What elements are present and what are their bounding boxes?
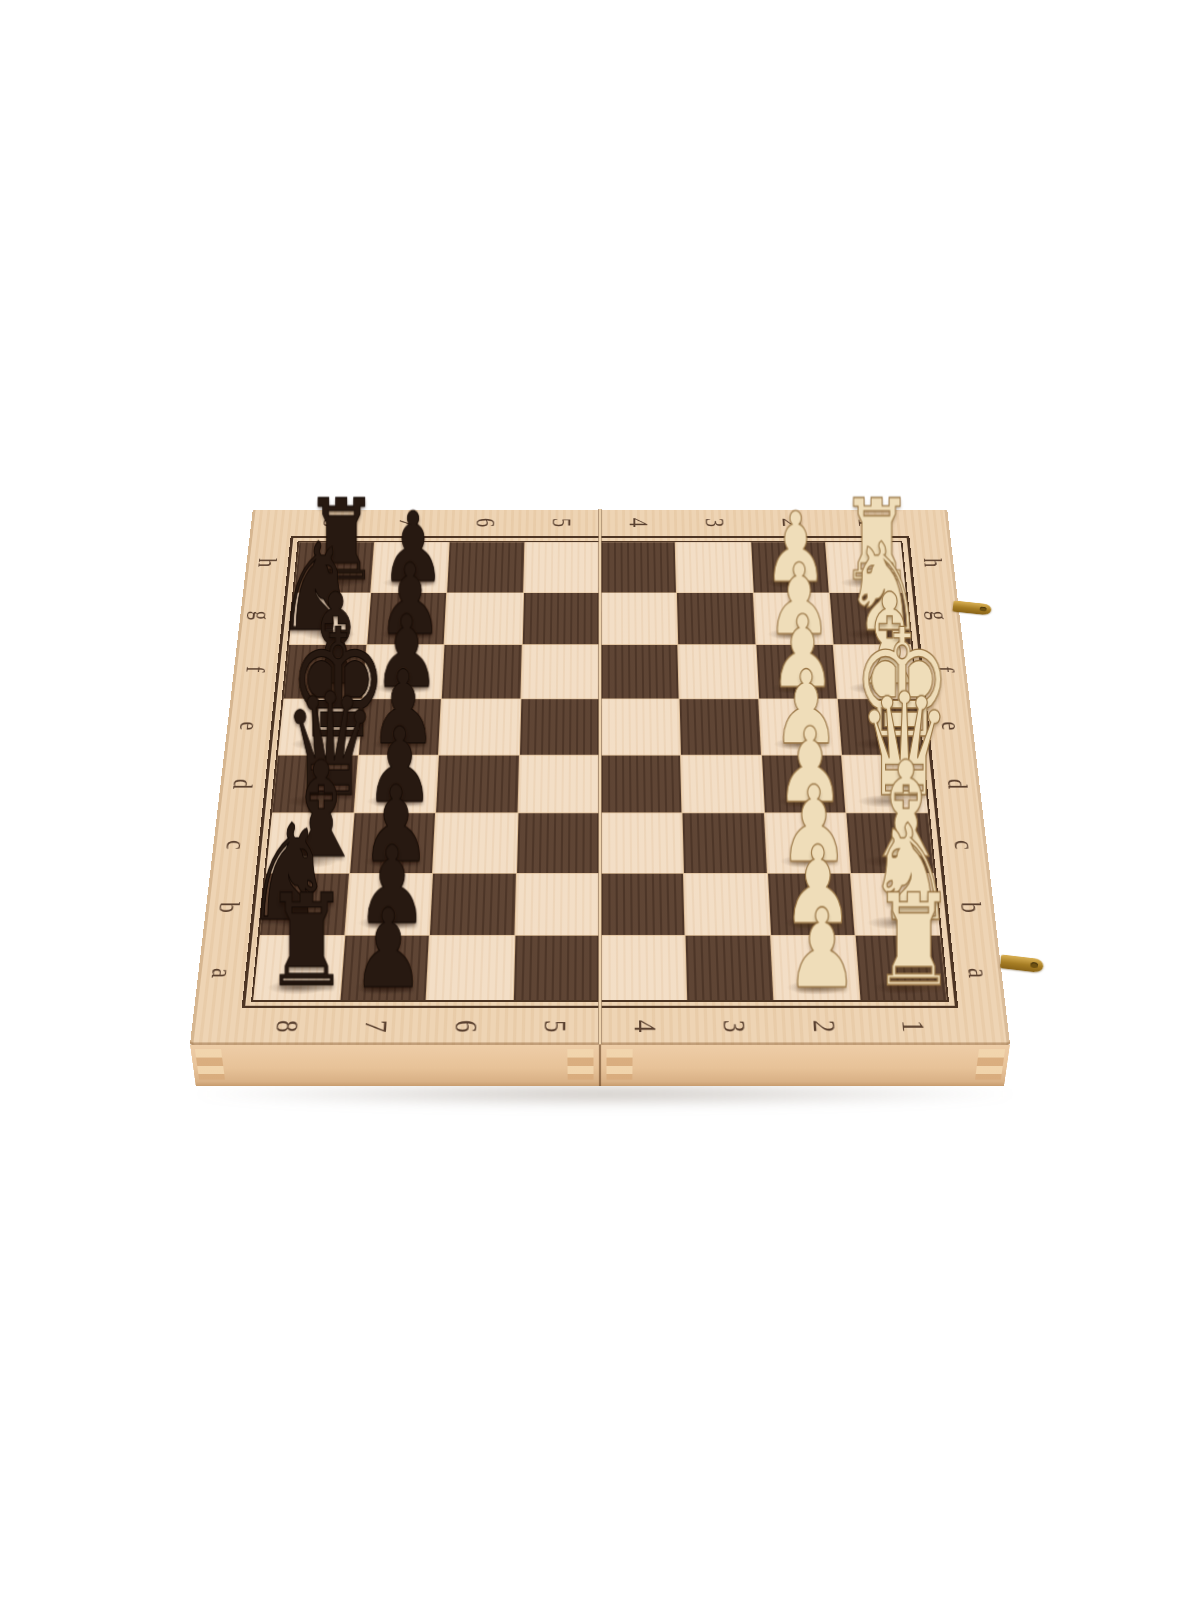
rank-label-2: 2 (775, 518, 807, 527)
file-label-b: b (954, 902, 989, 913)
square-a7[interactable]: ♟ (340, 936, 429, 1000)
square-h2[interactable]: ♟ (751, 542, 829, 592)
rank-label-6: 6 (469, 518, 501, 527)
square-d8[interactable]: ♛ (272, 755, 357, 812)
square-d7[interactable]: ♟ (354, 755, 438, 812)
piece-contact-shadow (857, 795, 915, 808)
rank-label-1: 1 (852, 518, 884, 527)
piece-contact-shadow (867, 916, 927, 930)
rank-label-3: 3 (699, 518, 731, 527)
square-g2[interactable]: ♟ (754, 593, 833, 645)
square-f2[interactable]: ♟ (756, 645, 837, 698)
rank-label-2: 2 (805, 1020, 843, 1032)
piece-contact-shadow (848, 682, 904, 694)
finger-joint-left-corner (195, 1049, 225, 1079)
piece-contact-shadow (371, 737, 428, 750)
square-a4[interactable] (601, 936, 687, 1000)
product-photo-background: 87654321 87654321 hgfedcba hgfedcba ♜♟♟♜… (0, 0, 1200, 1600)
square-c7[interactable]: ♟ (350, 813, 436, 872)
rank-label-3: 3 (716, 1020, 753, 1032)
file-label-f: f (929, 666, 961, 672)
square-e7[interactable]: ♟ (359, 699, 441, 754)
finger-joint-center-left (567, 1049, 593, 1079)
finger-joint-right-corner (975, 1049, 1005, 1079)
file-label-g: g (923, 611, 955, 620)
piece-contact-shadow (779, 854, 838, 868)
brass-latch-lower[interactable] (1000, 954, 1044, 972)
square-g7[interactable]: ♟ (367, 593, 446, 645)
rank-label-7: 7 (393, 518, 425, 527)
file-label-h: h (252, 558, 283, 567)
square-b7[interactable]: ♟ (345, 873, 432, 935)
square-h7[interactable]: ♟ (371, 542, 449, 592)
piece-contact-shadow (844, 628, 899, 640)
piece-contact-shadow (362, 854, 421, 868)
piece-contact-shadow (764, 577, 818, 588)
piece-contact-shadow (786, 980, 847, 995)
file-label-e: e (233, 722, 266, 731)
square-e4[interactable] (600, 699, 680, 754)
square-b5[interactable] (515, 873, 599, 935)
piece-contact-shadow (853, 737, 910, 750)
piece-contact-shadow (290, 737, 347, 750)
file-label-f: f (239, 666, 271, 672)
square-h6[interactable] (447, 542, 524, 592)
piece-contact-shadow (782, 916, 842, 930)
square-e6[interactable] (439, 699, 520, 754)
square-c6[interactable] (433, 813, 517, 872)
square-e3[interactable] (680, 699, 761, 754)
square-a1[interactable]: ♜ (856, 936, 947, 1000)
square-g5[interactable] (523, 593, 600, 645)
rank-label-8: 8 (268, 1020, 306, 1032)
square-h1[interactable]: ♜ (826, 542, 905, 592)
perspective-wrapper: 87654321 87654321 hgfedcba hgfedcba ♜♟♟♜… (0, 0, 1200, 1600)
square-g4[interactable] (600, 593, 677, 645)
square-e2[interactable]: ♟ (759, 699, 841, 754)
file-label-c: c (947, 840, 981, 849)
finger-joint-center-right (606, 1049, 632, 1079)
square-b1[interactable]: ♞ (851, 873, 940, 935)
rank-label-7: 7 (357, 1020, 395, 1032)
rank-label-1: 1 (894, 1020, 932, 1032)
piece-contact-shadow (301, 628, 356, 640)
file-label-h: h (917, 558, 948, 567)
rank-label-5: 5 (537, 1020, 574, 1032)
square-c1[interactable]: ♝ (847, 813, 934, 872)
piece-contact-shadow (358, 916, 418, 930)
square-d2[interactable]: ♟ (762, 755, 846, 812)
board-side-face (190, 1045, 1010, 1086)
file-label-e: e (935, 722, 968, 731)
piece-contact-shadow (266, 980, 327, 995)
square-d5[interactable] (518, 755, 599, 812)
file-label-a: a (961, 968, 996, 978)
piece-contact-shadow (840, 577, 894, 588)
square-g1[interactable]: ♞ (830, 593, 911, 645)
piece-contact-shadow (279, 854, 338, 868)
piece-contact-shadow (285, 795, 343, 808)
square-c8[interactable]: ♝ (266, 813, 353, 872)
square-a5[interactable] (514, 936, 600, 1000)
piece-contact-shadow (375, 682, 431, 694)
piece-contact-shadow (353, 980, 414, 995)
file-label-b: b (212, 902, 247, 913)
file-label-d: d (226, 779, 259, 789)
rank-label-4: 4 (622, 518, 654, 527)
file-label-c: c (219, 840, 253, 849)
square-e5[interactable] (520, 699, 600, 754)
square-a8[interactable]: ♜ (253, 936, 344, 1000)
rank-label-5: 5 (546, 518, 578, 527)
square-f3[interactable] (678, 645, 758, 698)
file-label-d: d (941, 779, 974, 789)
square-h4[interactable] (600, 542, 676, 592)
square-b6[interactable] (430, 873, 516, 935)
square-b3[interactable] (684, 873, 770, 935)
brass-latch-upper[interactable] (952, 601, 991, 616)
file-label-a: a (204, 968, 239, 978)
square-f8[interactable]: ♝ (284, 645, 366, 698)
square-a2[interactable]: ♟ (771, 936, 860, 1000)
square-c5[interactable] (517, 813, 600, 872)
square-g8[interactable]: ♞ (289, 593, 370, 645)
piece-contact-shadow (770, 682, 826, 694)
square-g3[interactable] (677, 593, 755, 645)
square-b4[interactable] (601, 873, 685, 935)
square-d4[interactable] (601, 755, 682, 812)
rank-label-6: 6 (447, 1020, 484, 1032)
chess-board: 87654321 87654321 hgfedcba hgfedcba ♜♟♟♜… (190, 510, 1010, 1045)
rank-label-8: 8 (316, 518, 348, 527)
piece-contact-shadow (872, 980, 933, 995)
square-e1[interactable]: ♚ (838, 699, 922, 754)
square-d3[interactable] (681, 755, 764, 812)
fold-seam (598, 509, 602, 1044)
square-g6[interactable] (445, 593, 523, 645)
piece-contact-shadow (367, 795, 425, 808)
square-f1[interactable]: ♝ (834, 645, 916, 698)
piece-contact-shadow (773, 737, 830, 750)
piece-contact-shadow (767, 628, 822, 640)
piece-contact-shadow (296, 682, 352, 694)
square-b8[interactable]: ♞ (260, 873, 349, 935)
piece-contact-shadow (273, 916, 333, 930)
file-label-g: g (246, 611, 278, 620)
piece-contact-shadow (382, 577, 436, 588)
piece-contact-shadow (379, 628, 434, 640)
square-h3[interactable] (676, 542, 753, 592)
square-d6[interactable] (436, 755, 519, 812)
square-f5[interactable] (521, 645, 599, 698)
square-f6[interactable] (442, 645, 522, 698)
piece-contact-shadow (862, 854, 921, 868)
rank-label-4: 4 (626, 1020, 663, 1032)
piece-contact-shadow (306, 577, 360, 588)
square-a6[interactable] (427, 936, 514, 1000)
side-fold-seam (599, 1045, 601, 1086)
square-b2[interactable]: ♟ (768, 873, 855, 935)
square-a3[interactable] (686, 936, 773, 1000)
square-h8[interactable]: ♜ (294, 542, 373, 592)
square-c3[interactable] (683, 813, 767, 872)
square-e8[interactable]: ♚ (278, 699, 362, 754)
square-f4[interactable] (600, 645, 678, 698)
piece-contact-shadow (776, 795, 834, 808)
square-c2[interactable]: ♟ (765, 813, 851, 872)
square-d1[interactable]: ♛ (842, 755, 927, 812)
square-h5[interactable] (524, 542, 600, 592)
square-f7[interactable]: ♟ (363, 645, 444, 698)
square-c4[interactable] (601, 813, 684, 872)
